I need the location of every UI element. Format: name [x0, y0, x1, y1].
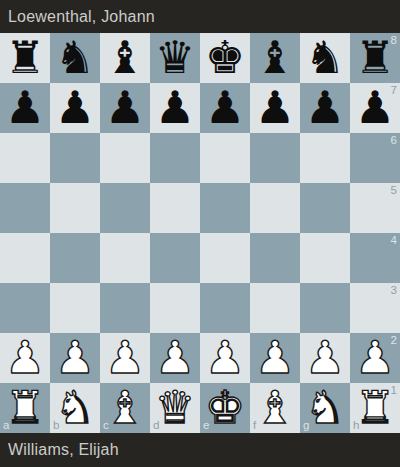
square-h7[interactable]: ♟7	[350, 83, 400, 133]
square-d6[interactable]	[150, 133, 200, 183]
square-e2[interactable]: ♟	[200, 333, 250, 383]
piece-black-pawn[interactable]: ♟	[250, 83, 300, 133]
piece-black-knight[interactable]: ♞	[50, 33, 100, 83]
square-d8[interactable]: ♛	[150, 33, 200, 83]
square-c2[interactable]: ♟	[100, 333, 150, 383]
piece-black-pawn[interactable]: ♟	[0, 83, 50, 133]
square-a5[interactable]	[0, 183, 50, 233]
square-e6[interactable]	[200, 133, 250, 183]
piece-white-pawn[interactable]: ♟	[150, 333, 200, 383]
file-label-b: b	[53, 420, 59, 432]
square-h6[interactable]: 6	[350, 133, 400, 183]
file-label-c: c	[103, 420, 109, 432]
piece-white-pawn[interactable]: ♟	[0, 333, 50, 383]
square-e4[interactable]	[200, 233, 250, 283]
square-h4[interactable]: 4	[350, 233, 400, 283]
square-f7[interactable]: ♟	[250, 83, 300, 133]
square-f4[interactable]	[250, 233, 300, 283]
square-e3[interactable]	[200, 283, 250, 333]
square-b4[interactable]	[50, 233, 100, 283]
square-h2[interactable]: ♟2	[350, 333, 400, 383]
square-c4[interactable]	[100, 233, 150, 283]
player-bar-bottom: Williams, Elijah	[0, 433, 400, 467]
piece-white-pawn[interactable]: ♟	[200, 333, 250, 383]
player-bar-top: Loewenthal, Johann	[0, 0, 400, 33]
rank-label-2: 2	[391, 335, 397, 347]
square-f8[interactable]: ♝	[250, 33, 300, 83]
piece-black-rook[interactable]: ♜	[0, 33, 50, 83]
rank-label-8: 8	[391, 35, 397, 47]
chess-board: ♜♞♝♛♚♝♞♜8♟♟♟♟♟♟♟♟76543♟♟♟♟♟♟♟♟2♜a♞b♝c♛d♚…	[0, 33, 400, 433]
piece-black-king[interactable]: ♚	[200, 33, 250, 83]
square-e5[interactable]	[200, 183, 250, 233]
square-a6[interactable]	[0, 133, 50, 183]
square-b6[interactable]	[50, 133, 100, 183]
square-b5[interactable]	[50, 183, 100, 233]
square-a1[interactable]: ♜a	[0, 383, 50, 433]
square-b8[interactable]: ♞	[50, 33, 100, 83]
rank-label-7: 7	[391, 85, 397, 97]
square-e7[interactable]: ♟	[200, 83, 250, 133]
square-g6[interactable]	[300, 133, 350, 183]
rank-label-3: 3	[391, 285, 397, 297]
square-g2[interactable]: ♟	[300, 333, 350, 383]
square-c7[interactable]: ♟	[100, 83, 150, 133]
piece-black-bishop[interactable]: ♝	[100, 33, 150, 83]
square-d1[interactable]: ♛d	[150, 383, 200, 433]
square-d2[interactable]: ♟	[150, 333, 200, 383]
square-e8[interactable]: ♚	[200, 33, 250, 83]
piece-black-pawn[interactable]: ♟	[200, 83, 250, 133]
square-g5[interactable]	[300, 183, 350, 233]
piece-black-pawn[interactable]: ♟	[100, 83, 150, 133]
chess-app: Loewenthal, Johann ♜♞♝♛♚♝♞♜8♟♟♟♟♟♟♟♟7654…	[0, 0, 400, 467]
file-label-e: e	[203, 420, 209, 432]
square-b2[interactable]: ♟	[50, 333, 100, 383]
file-label-d: d	[153, 420, 159, 432]
square-e1[interactable]: ♚e	[200, 383, 250, 433]
square-f5[interactable]	[250, 183, 300, 233]
rank-label-6: 6	[391, 135, 397, 147]
square-b7[interactable]: ♟	[50, 83, 100, 133]
square-h3[interactable]: 3	[350, 283, 400, 333]
square-g7[interactable]: ♟	[300, 83, 350, 133]
square-c1[interactable]: ♝c	[100, 383, 150, 433]
square-a2[interactable]: ♟	[0, 333, 50, 383]
piece-black-pawn[interactable]: ♟	[50, 83, 100, 133]
piece-white-pawn[interactable]: ♟	[300, 333, 350, 383]
player-name-bottom: Williams, Elijah	[8, 441, 119, 459]
square-h5[interactable]: 5	[350, 183, 400, 233]
square-f6[interactable]	[250, 133, 300, 183]
piece-black-knight[interactable]: ♞	[300, 33, 350, 83]
square-c6[interactable]	[100, 133, 150, 183]
piece-white-pawn[interactable]: ♟	[50, 333, 100, 383]
rank-label-4: 4	[391, 235, 397, 247]
square-c3[interactable]	[100, 283, 150, 333]
file-label-f: f	[253, 420, 256, 432]
rank-label-5: 5	[391, 185, 397, 197]
square-a3[interactable]	[0, 283, 50, 333]
square-c5[interactable]	[100, 183, 150, 233]
piece-black-pawn[interactable]: ♟	[150, 83, 200, 133]
piece-white-bishop[interactable]: ♝	[250, 383, 300, 433]
piece-black-queen[interactable]: ♛	[150, 33, 200, 83]
square-d4[interactable]	[150, 233, 200, 283]
square-d5[interactable]	[150, 183, 200, 233]
square-f3[interactable]	[250, 283, 300, 333]
square-g1[interactable]: ♞g	[300, 383, 350, 433]
square-b3[interactable]	[50, 283, 100, 333]
file-label-a: a	[3, 420, 9, 432]
square-g3[interactable]	[300, 283, 350, 333]
square-h8[interactable]: ♜8	[350, 33, 400, 83]
file-label-g: g	[303, 420, 309, 432]
square-h1[interactable]: ♜1h	[350, 383, 400, 433]
piece-black-pawn[interactable]: ♟	[300, 83, 350, 133]
piece-white-pawn[interactable]: ♟	[100, 333, 150, 383]
square-f2[interactable]: ♟	[250, 333, 300, 383]
square-c8[interactable]: ♝	[100, 33, 150, 83]
square-a7[interactable]: ♟	[0, 83, 50, 133]
square-b1[interactable]: ♞b	[50, 383, 100, 433]
square-a4[interactable]	[0, 233, 50, 283]
square-g8[interactable]: ♞	[300, 33, 350, 83]
square-a8[interactable]: ♜	[0, 33, 50, 83]
player-name-top: Loewenthal, Johann	[8, 8, 155, 26]
square-d3[interactable]	[150, 283, 200, 333]
square-g4[interactable]	[300, 233, 350, 283]
piece-white-pawn[interactable]: ♟	[250, 333, 300, 383]
square-f1[interactable]: ♝f	[250, 383, 300, 433]
piece-black-bishop[interactable]: ♝	[250, 33, 300, 83]
file-label-h: h	[353, 420, 359, 432]
square-d7[interactable]: ♟	[150, 83, 200, 133]
rank-label-1: 1	[391, 385, 397, 397]
